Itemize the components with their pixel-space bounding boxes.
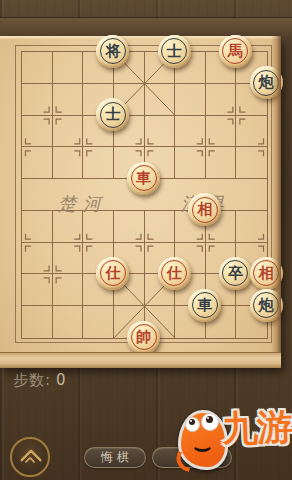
piece-character: 帥 [136,330,151,345]
piece-馬-red[interactable]: 馬 [219,35,252,68]
piece-ring: 馬 [222,38,248,64]
piece-ring: 相 [192,197,218,223]
piece-ring: 士 [161,38,187,64]
board-bottom-edge [0,352,281,368]
piece-ring: 仕 [161,260,187,286]
top-wood-rail [0,17,292,37]
xiangqi-board[interactable]: 楚河 漢界 将士馬炮士車相仕仕卒相車炮帥 [0,36,281,367]
mascot-right-eye [201,413,219,431]
piece-ring: 車 [131,165,157,191]
piece-character: 車 [136,171,151,186]
piece-車-red[interactable]: 車 [127,162,160,195]
obscured-button[interactable] [152,447,232,468]
piece-仕-red[interactable]: 仕 [158,257,191,290]
xiangqi-app-screen: 楚河 漢界 将士馬炮士車相仕仕卒相車炮帥 步数:0 悔棋 九游 [0,0,292,480]
piece-士-black[interactable]: 士 [96,98,129,131]
jiuyou-brand-text: 九游 [221,409,292,447]
piece-character: 馬 [228,44,243,59]
piece-車-black[interactable]: 車 [188,289,221,322]
move-counter-value: 0 [56,371,67,389]
pieces-layer: 将士馬炮士車相仕仕卒相車炮帥 [21,51,266,337]
piece-ring: 士 [100,102,126,128]
piece-character: 仕 [105,266,120,281]
piece-character: 士 [167,44,182,59]
piece-ring: 卒 [222,260,248,286]
move-counter-label: 步数 [13,371,45,389]
collapse-toolbar-button[interactable] [10,437,50,477]
piece-character: 卒 [228,266,243,281]
piece-ring: 帥 [131,324,157,350]
piece-将-black[interactable]: 将 [96,35,129,68]
move-counter-separator: : [45,371,51,389]
undo-move-button[interactable]: 悔棋 [84,447,146,468]
piece-相-red[interactable]: 相 [188,193,221,226]
move-counter: 步数:0 [13,371,67,390]
piece-帥-red[interactable]: 帥 [127,321,160,354]
piece-character: 車 [197,298,212,313]
mascot-left-eye [185,417,200,432]
piece-character: 仕 [167,266,182,281]
piece-ring: 将 [100,38,126,64]
piece-ring: 車 [192,292,218,318]
piece-卒-black[interactable]: 卒 [219,257,252,290]
piece-character: 士 [105,107,120,122]
board-right-edge [271,36,281,352]
piece-仕-red[interactable]: 仕 [96,257,129,290]
piece-character: 将 [105,44,120,59]
piece-ring: 仕 [100,260,126,286]
piece-士-black[interactable]: 士 [158,35,191,68]
piece-character: 相 [197,202,212,217]
